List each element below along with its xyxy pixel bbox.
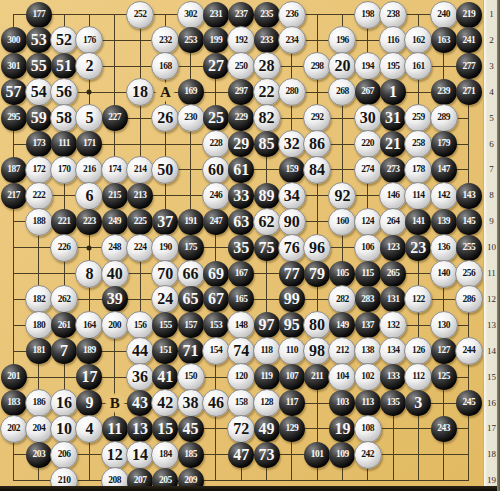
stone-white-206[interactable]: 206	[50, 441, 78, 469]
stone-black-183[interactable]: 183	[1, 390, 27, 416]
stone-white-236[interactable]: 236	[278, 1, 306, 29]
stone-white-180[interactable]: 180	[25, 311, 53, 339]
stone-white-16[interactable]: 16	[50, 389, 78, 417]
stone-black-67[interactable]: 67	[203, 286, 229, 312]
stone-white-186[interactable]: 186	[25, 389, 53, 417]
stone-black-273[interactable]: 273	[380, 157, 406, 183]
stone-black-301[interactable]: 301	[1, 53, 27, 79]
stone-black-173[interactable]: 173	[26, 131, 52, 157]
stone-white-164[interactable]: 164	[75, 311, 103, 339]
stone-black-89[interactable]: 89	[254, 183, 280, 209]
stone-white-176[interactable]: 176	[75, 26, 103, 54]
stone-black-47[interactable]: 47	[228, 442, 254, 468]
stone-black-217[interactable]: 217	[1, 183, 27, 209]
stone-black-133[interactable]: 133	[380, 364, 406, 390]
stone-black-253[interactable]: 253	[178, 27, 204, 53]
stone-black-79[interactable]: 79	[304, 261, 330, 287]
stone-black-165[interactable]: 165	[228, 286, 254, 312]
stone-black-51[interactable]: 51	[51, 53, 77, 79]
stone-black-163[interactable]: 163	[431, 27, 457, 53]
stone-black-159[interactable]: 159	[279, 157, 305, 183]
stone-white-120[interactable]: 120	[227, 363, 255, 391]
stone-white-286[interactable]: 286	[455, 285, 483, 313]
stone-white-14[interactable]: 14	[126, 441, 154, 469]
stone-white-214[interactable]: 214	[126, 156, 154, 184]
stone-white-106[interactable]: 106	[354, 234, 382, 262]
point-label-A[interactable]: A	[155, 82, 175, 102]
stone-black-211[interactable]: 211	[304, 364, 330, 390]
stone-white-230[interactable]: 230	[177, 104, 205, 132]
stone-black-171[interactable]: 171	[76, 131, 102, 157]
stone-black-255[interactable]: 255	[456, 235, 482, 261]
stone-black-9[interactable]: 9	[76, 390, 102, 416]
stone-white-170[interactable]: 170	[50, 156, 78, 184]
stone-white-104[interactable]: 104	[328, 363, 356, 391]
stone-black-229[interactable]: 229	[228, 105, 254, 131]
stone-white-234[interactable]: 234	[278, 26, 306, 54]
stone-black-13[interactable]: 13	[127, 416, 153, 442]
stone-white-58[interactable]: 58	[50, 104, 78, 132]
stone-white-274[interactable]: 274	[354, 156, 382, 184]
stone-black-139[interactable]: 139	[431, 209, 457, 235]
stone-white-148[interactable]: 148	[227, 311, 255, 339]
stone-black-223[interactable]: 223	[76, 209, 102, 235]
stone-white-18[interactable]: 18	[126, 78, 154, 106]
stone-white-102[interactable]: 102	[354, 363, 382, 391]
stone-white-222[interactable]: 222	[25, 182, 53, 210]
stone-black-149[interactable]: 149	[329, 312, 355, 338]
stone-black-201[interactable]: 201	[1, 364, 27, 390]
stone-white-12[interactable]: 12	[101, 441, 129, 469]
stone-black-169[interactable]: 169	[178, 79, 204, 105]
stone-black-99[interactable]: 99	[279, 286, 305, 312]
stone-black-59[interactable]: 59	[26, 105, 52, 131]
stone-black-125[interactable]: 125	[431, 364, 457, 390]
stone-white-182[interactable]: 182	[25, 285, 53, 313]
stone-white-4[interactable]: 4	[75, 415, 103, 443]
stone-white-32[interactable]: 32	[278, 130, 306, 158]
stone-white-226[interactable]: 226	[50, 234, 78, 262]
stone-white-161[interactable]: 161	[404, 52, 432, 80]
stone-white-264[interactable]: 264	[379, 208, 407, 236]
stone-white-158[interactable]: 158	[227, 389, 255, 417]
stone-black-7[interactable]: 7	[51, 338, 77, 364]
stone-white-54[interactable]: 54	[25, 78, 53, 106]
stone-white-6[interactable]: 6	[75, 182, 103, 210]
window-shadow-bottom	[0, 486, 500, 491]
star-point	[87, 90, 92, 95]
stone-black-179[interactable]: 179	[431, 131, 457, 157]
stone-white-134[interactable]: 134	[379, 337, 407, 365]
stone-white-194[interactable]: 194	[354, 52, 382, 80]
stone-white-62[interactable]: 62	[253, 208, 281, 236]
stone-black-69[interactable]: 69	[203, 261, 229, 287]
stone-black-39[interactable]: 39	[102, 286, 128, 312]
stone-black-37[interactable]: 37	[152, 209, 178, 235]
stone-black-237[interactable]: 237	[228, 2, 254, 28]
stone-black-239[interactable]: 239	[431, 79, 457, 105]
stone-white-259[interactable]: 259	[404, 104, 432, 132]
stone-black-115[interactable]: 115	[355, 261, 381, 287]
stone-white-252[interactable]: 252	[126, 1, 154, 29]
stone-black-97[interactable]: 97	[254, 312, 280, 338]
stone-black-181[interactable]: 181	[26, 338, 52, 364]
stone-white-156[interactable]: 156	[126, 311, 154, 339]
stone-black-41[interactable]: 41	[152, 364, 178, 390]
stone-black-129[interactable]: 129	[279, 416, 305, 442]
stone-black-137[interactable]: 137	[355, 312, 381, 338]
stone-black-300[interactable]: 300	[1, 27, 27, 53]
stone-black-75[interactable]: 75	[254, 235, 280, 261]
stone-black-249[interactable]: 249	[102, 209, 128, 235]
stone-white-242[interactable]: 242	[354, 441, 382, 469]
stone-white-192[interactable]: 192	[227, 26, 255, 54]
stone-white-44[interactable]: 44	[126, 337, 154, 365]
stone-black-177[interactable]: 177	[26, 2, 52, 28]
stone-black-231[interactable]: 231	[203, 2, 229, 28]
stone-white-248[interactable]: 248	[101, 234, 129, 262]
stone-white-80[interactable]: 80	[303, 311, 331, 339]
stone-white-46[interactable]: 46	[202, 389, 230, 417]
stone-white-72[interactable]: 72	[227, 415, 255, 443]
stone-white-70[interactable]: 70	[151, 260, 179, 288]
stone-black-29[interactable]: 29	[228, 131, 254, 157]
stone-white-212[interactable]: 212	[328, 337, 356, 365]
stone-black-147[interactable]: 147	[431, 157, 457, 183]
stone-white-154[interactable]: 154	[202, 337, 230, 365]
stone-black-15[interactable]: 15	[152, 416, 178, 442]
stone-black-199[interactable]: 199	[203, 27, 229, 53]
stone-white-289[interactable]: 289	[430, 104, 458, 132]
stone-black-143[interactable]: 143	[456, 183, 482, 209]
stone-white-188[interactable]: 188	[25, 208, 53, 236]
go-board[interactable]: 1772523022312372352361982382402193005352…	[0, 0, 483, 486]
stone-black-35[interactable]: 35	[228, 235, 254, 261]
stone-white-86[interactable]: 86	[303, 130, 331, 158]
stone-black-189[interactable]: 189	[76, 338, 102, 364]
stone-black-245[interactable]: 245	[456, 390, 482, 416]
stone-black-157[interactable]: 157	[178, 312, 204, 338]
stone-white-92[interactable]: 92	[328, 182, 356, 210]
stone-white-202[interactable]: 202	[0, 415, 28, 443]
stone-white-232[interactable]: 232	[151, 26, 179, 54]
stone-black-119[interactable]: 119	[254, 364, 280, 390]
stone-black-261[interactable]: 261	[51, 312, 77, 338]
stone-white-132[interactable]: 132	[379, 311, 407, 339]
stone-black-71[interactable]: 71	[178, 338, 204, 364]
stone-white-84[interactable]: 84	[303, 156, 331, 184]
stone-black-247[interactable]: 247	[203, 209, 229, 235]
stone-white-76[interactable]: 76	[278, 234, 306, 262]
stone-white-224[interactable]: 224	[126, 234, 154, 262]
stone-black-271[interactable]: 271	[456, 79, 482, 105]
stone-black-27[interactable]: 27	[203, 53, 229, 79]
stone-white-258[interactable]: 258	[404, 130, 432, 158]
stone-white-174[interactable]: 174	[101, 156, 129, 184]
stone-black-131[interactable]: 131	[380, 286, 406, 312]
stone-black-45[interactable]: 45	[178, 416, 204, 442]
stone-black-151[interactable]: 151	[152, 338, 178, 364]
stone-black-167[interactable]: 167	[228, 261, 254, 287]
stone-white-110[interactable]: 110	[278, 337, 306, 365]
stone-white-302[interactable]: 302	[177, 1, 205, 29]
stone-black-145[interactable]: 145	[456, 209, 482, 235]
go-diagram-window: 1772523022312372352361982382402193005352…	[0, 0, 500, 491]
stone-white-34[interactable]: 34	[278, 182, 306, 210]
stone-white-116[interactable]: 116	[379, 26, 407, 54]
stone-white-22[interactable]: 22	[253, 78, 281, 106]
grid-line-horizontal	[13, 480, 469, 481]
stone-white-168[interactable]: 168	[151, 52, 179, 80]
stone-black-103[interactable]: 103	[329, 390, 355, 416]
stone-white-24[interactable]: 24	[151, 285, 179, 313]
stone-black-49[interactable]: 49	[254, 416, 280, 442]
stone-black-219[interactable]: 219	[456, 2, 482, 28]
stone-black-267[interactable]: 267	[355, 79, 381, 105]
stone-black-113[interactable]: 113	[355, 390, 381, 416]
stone-black-295[interactable]: 295	[1, 105, 27, 131]
stone-white-56[interactable]: 56	[50, 78, 78, 106]
stone-black-235[interactable]: 235	[254, 2, 280, 28]
stone-white-82[interactable]: 82	[253, 104, 281, 132]
stone-white-268[interactable]: 268	[328, 78, 356, 106]
stone-black-3[interactable]: 3	[405, 390, 431, 416]
stone-black-95[interactable]: 95	[279, 312, 305, 338]
stone-black-227[interactable]: 227	[102, 105, 128, 131]
stone-black-33[interactable]: 33	[228, 183, 254, 209]
stone-black-191[interactable]: 191	[178, 209, 204, 235]
stone-black-55[interactable]: 55	[26, 53, 52, 79]
stone-white-138[interactable]: 138	[354, 337, 382, 365]
stone-white-150[interactable]: 150	[177, 363, 205, 391]
star-point	[87, 245, 92, 250]
stone-white-10[interactable]: 10	[50, 415, 78, 443]
stone-black-277[interactable]: 277	[456, 53, 482, 79]
stone-white-26[interactable]: 26	[151, 104, 179, 132]
stone-black-63[interactable]: 63	[228, 209, 254, 235]
stone-black-57[interactable]: 57	[1, 79, 27, 105]
stone-white-96[interactable]: 96	[303, 234, 331, 262]
stone-white-142[interactable]: 142	[430, 182, 458, 210]
stone-white-282[interactable]: 282	[328, 285, 356, 313]
stone-black-215[interactable]: 215	[102, 183, 128, 209]
stone-black-141[interactable]: 141	[405, 209, 431, 235]
stone-white-172[interactable]: 172	[25, 156, 53, 184]
stone-black-61[interactable]: 61	[228, 157, 254, 183]
point-label-B[interactable]: B	[105, 393, 125, 413]
stone-black-17[interactable]: 17	[76, 364, 102, 390]
stone-black-225[interactable]: 225	[127, 209, 153, 235]
stone-black-109[interactable]: 109	[329, 442, 355, 468]
stone-black-1[interactable]: 1	[380, 79, 406, 105]
stone-white-50[interactable]: 50	[151, 156, 179, 184]
stone-white-8[interactable]: 8	[75, 260, 103, 288]
stone-white-196[interactable]: 196	[328, 26, 356, 54]
stone-black-283[interactable]: 283	[355, 286, 381, 312]
stone-white-280[interactable]: 280	[278, 78, 306, 106]
stone-black-65[interactable]: 65	[178, 286, 204, 312]
stone-black-77[interactable]: 77	[279, 261, 305, 287]
stone-black-31[interactable]: 31	[380, 105, 406, 131]
stone-black-243[interactable]: 243	[431, 416, 457, 442]
stone-white-298[interactable]: 298	[303, 52, 331, 80]
stone-black-185[interactable]: 185	[178, 442, 204, 468]
stone-black-127[interactable]: 127	[431, 338, 457, 364]
stone-white-20[interactable]: 20	[328, 52, 356, 80]
stone-white-195[interactable]: 195	[379, 52, 407, 80]
stone-white-184[interactable]: 184	[151, 441, 179, 469]
stone-white-244[interactable]: 244	[455, 337, 483, 365]
stone-white-216[interactable]: 216	[75, 156, 103, 184]
stone-white-114[interactable]: 114	[404, 182, 432, 210]
stone-black-187[interactable]: 187	[1, 157, 27, 183]
stone-black-117[interactable]: 117	[279, 390, 305, 416]
stone-white-118[interactable]: 118	[253, 337, 281, 365]
stone-white-38[interactable]: 38	[177, 389, 205, 417]
stone-white-126[interactable]: 126	[404, 337, 432, 365]
stone-white-262[interactable]: 262	[50, 285, 78, 313]
stone-white-28[interactable]: 28	[253, 52, 281, 80]
stone-white-66[interactable]: 66	[177, 260, 205, 288]
stone-white-146[interactable]: 146	[379, 182, 407, 210]
stone-white-200[interactable]: 200	[101, 311, 129, 339]
stone-black-23[interactable]: 23	[405, 235, 431, 261]
stone-white-2[interactable]: 2	[75, 52, 103, 80]
stone-white-112[interactable]: 112	[404, 363, 432, 391]
stone-white-128[interactable]: 128	[253, 389, 281, 417]
stone-black-123[interactable]: 123	[380, 235, 406, 261]
stone-white-52[interactable]: 52	[50, 26, 78, 54]
stone-white-190[interactable]: 190	[151, 234, 179, 262]
stone-white-60[interactable]: 60	[202, 156, 230, 184]
stone-black-175[interactable]: 175	[178, 235, 204, 261]
stone-black-19[interactable]: 19	[329, 416, 355, 442]
stone-black-221[interactable]: 221	[51, 209, 77, 235]
stone-white-246[interactable]: 246	[202, 182, 230, 210]
stone-white-162[interactable]: 162	[404, 26, 432, 54]
stone-white-90[interactable]: 90	[278, 208, 306, 236]
stone-black-105[interactable]: 105	[329, 261, 355, 287]
stone-black-233[interactable]: 233	[254, 27, 280, 53]
stone-black-241[interactable]: 241	[456, 27, 482, 53]
stone-black-213[interactable]: 213	[127, 183, 153, 209]
stone-white-136[interactable]: 136	[430, 234, 458, 262]
stone-white-160[interactable]: 160	[328, 208, 356, 236]
stone-white-250[interactable]: 250	[227, 52, 255, 80]
stone-black-11[interactable]: 11	[102, 416, 128, 442]
stone-white-204[interactable]: 204	[25, 415, 53, 443]
stone-white-140[interactable]: 140	[430, 260, 458, 288]
stone-white-108[interactable]: 108	[354, 415, 382, 443]
stone-white-98[interactable]: 98	[303, 337, 331, 365]
stone-white-256[interactable]: 256	[455, 260, 483, 288]
stone-black-203[interactable]: 203	[26, 442, 52, 468]
stone-black-101[interactable]: 101	[304, 442, 330, 468]
stone-black-85[interactable]: 85	[254, 131, 280, 157]
stone-black-135[interactable]: 135	[380, 390, 406, 416]
stone-white-220[interactable]: 220	[354, 130, 382, 158]
stone-white-122[interactable]: 122	[404, 285, 432, 313]
stone-white-42[interactable]: 42	[151, 389, 179, 417]
stone-white-228[interactable]: 228	[202, 130, 230, 158]
stone-white-198[interactable]: 198	[354, 1, 382, 29]
stone-black-43[interactable]: 43	[127, 390, 153, 416]
stone-white-124[interactable]: 124	[354, 208, 382, 236]
stone-black-265[interactable]: 265	[380, 261, 406, 287]
stone-white-240[interactable]: 240	[430, 1, 458, 29]
stone-black-107[interactable]: 107	[279, 364, 305, 390]
stone-black-153[interactable]: 153	[203, 312, 229, 338]
stone-white-36[interactable]: 36	[126, 363, 154, 391]
stone-black-155[interactable]: 155	[152, 312, 178, 338]
stone-white-5[interactable]: 5	[75, 104, 103, 132]
stone-white-30[interactable]: 30	[354, 104, 382, 132]
stone-white-74[interactable]: 74	[227, 337, 255, 365]
stone-white-292[interactable]: 292	[303, 104, 331, 132]
stone-white-178[interactable]: 178	[404, 156, 432, 184]
stone-black-53[interactable]: 53	[26, 27, 52, 53]
stone-white-40[interactable]: 40	[101, 260, 129, 288]
stone-white-238[interactable]: 238	[379, 1, 407, 29]
stone-black-73[interactable]: 73	[254, 442, 280, 468]
stone-black-21[interactable]: 21	[380, 131, 406, 157]
stone-black-25[interactable]: 25	[203, 105, 229, 131]
stone-black-297[interactable]: 297	[228, 79, 254, 105]
stone-white-130[interactable]: 130	[430, 311, 458, 339]
stone-black-111[interactable]: 111	[51, 131, 77, 157]
